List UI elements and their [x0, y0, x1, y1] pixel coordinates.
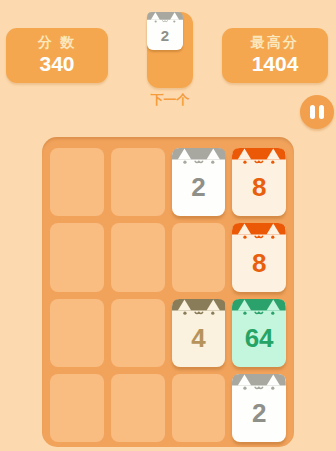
tile-number: 2	[172, 159, 226, 216]
board-cell	[111, 299, 165, 367]
next-tile-slot: 2	[147, 12, 193, 88]
board-cell	[50, 148, 104, 216]
tile-4: 4	[172, 299, 226, 367]
board-cell	[111, 148, 165, 216]
tile-2: 2	[232, 374, 286, 442]
tile-number: 64	[232, 310, 286, 367]
tile-2: 2	[147, 12, 183, 50]
board-cell	[50, 299, 104, 367]
pause-button[interactable]	[300, 95, 334, 129]
tile-64: 64	[232, 299, 286, 367]
board-cell: 64	[232, 299, 286, 367]
game-board[interactable]: 2884642	[42, 137, 294, 447]
next-label: 下一个	[130, 91, 210, 109]
score-box: 分 数 340	[6, 28, 108, 83]
board-cell: 8	[232, 223, 286, 291]
board-cell: 2	[232, 374, 286, 442]
tile-2: 2	[172, 148, 226, 216]
tile-number: 2	[232, 385, 286, 442]
best-score-box: 最高分 1404	[222, 28, 328, 83]
tile-8: 8	[232, 148, 286, 216]
board-cell	[50, 374, 104, 442]
tile-number: 8	[232, 159, 286, 216]
board-cell: 8	[232, 148, 286, 216]
score-label: 分 数	[38, 34, 76, 51]
best-score-label: 最高分	[251, 34, 299, 51]
score-value: 340	[39, 51, 74, 77]
best-score-value: 1404	[252, 51, 299, 77]
board-grid: 2884642	[50, 148, 286, 442]
game-screen: 分 数 340 2 下一个 最高分 1404 2884642	[0, 0, 336, 451]
board-cell	[172, 374, 226, 442]
tile-number: 8	[232, 235, 286, 292]
board-cell	[50, 223, 104, 291]
board-cell	[111, 223, 165, 291]
tile-number: 2	[147, 21, 183, 50]
board-cell: 2	[172, 148, 226, 216]
tile-8: 8	[232, 223, 286, 291]
board-cell	[111, 374, 165, 442]
tile-number: 4	[172, 310, 226, 367]
pause-icon	[310, 105, 324, 119]
board-cell	[172, 223, 226, 291]
board-cell: 4	[172, 299, 226, 367]
